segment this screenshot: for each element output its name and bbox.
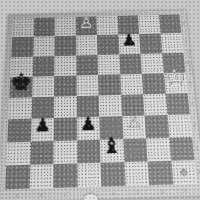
square-g1[interactable] bbox=[148, 161, 173, 186]
piece-black-bishop-e2[interactable]: ♝ bbox=[102, 135, 122, 157]
square-c4[interactable] bbox=[54, 96, 77, 118]
piece-black-pawn-b3[interactable]: ♟ bbox=[34, 117, 51, 135]
board-emblem-icon: ❖ bbox=[178, 165, 190, 179]
file-label-e: e bbox=[101, 188, 125, 198]
square-g2[interactable] bbox=[146, 137, 171, 161]
square-g5[interactable] bbox=[142, 73, 166, 94]
square-h8[interactable] bbox=[159, 14, 182, 33]
piece-white-pawn-f3[interactable]: ♙ bbox=[125, 114, 142, 132]
square-g7[interactable] bbox=[139, 34, 162, 54]
rank-label-8: 8 bbox=[179, 14, 187, 33]
square-g8[interactable] bbox=[138, 15, 160, 34]
square-c8[interactable] bbox=[55, 17, 76, 36]
square-e6[interactable] bbox=[97, 54, 119, 75]
file-label-a: a bbox=[5, 191, 30, 200]
square-e1[interactable] bbox=[101, 162, 126, 187]
square-c3[interactable] bbox=[54, 118, 77, 141]
square-e4[interactable] bbox=[99, 95, 122, 117]
square-h1[interactable]: ❖ bbox=[171, 160, 197, 185]
file-label-g: g bbox=[149, 187, 174, 197]
piece-black-pawn-f7[interactable]: ♟ bbox=[121, 33, 137, 49]
square-d6[interactable] bbox=[76, 55, 98, 76]
square-a1[interactable] bbox=[5, 165, 30, 190]
square-c7[interactable] bbox=[54, 36, 76, 56]
square-h2[interactable] bbox=[169, 137, 194, 161]
square-e5[interactable] bbox=[98, 74, 121, 95]
rank-label-4: 4 bbox=[188, 93, 197, 115]
piece-black-king-a5[interactable]: ♚ bbox=[10, 70, 33, 94]
square-f5[interactable] bbox=[120, 74, 143, 95]
square-c6[interactable] bbox=[54, 55, 76, 76]
cut-off-white-piece-bottom bbox=[84, 194, 98, 200]
chessboard-photo: ❖♙♟♚♔♟♟♙♝ abcdefgh 87654321 Pro Chess bbox=[0, 0, 200, 200]
square-h4[interactable] bbox=[165, 93, 189, 115]
file-label-f: f bbox=[125, 187, 150, 197]
square-e7[interactable] bbox=[97, 35, 119, 55]
square-g6[interactable] bbox=[140, 53, 163, 74]
rank-label-3: 3 bbox=[190, 114, 199, 136]
piece-black-pawn-d3[interactable]: ♟ bbox=[80, 115, 97, 133]
square-f6[interactable] bbox=[119, 54, 142, 75]
square-g4[interactable] bbox=[143, 94, 167, 116]
board-grid: ❖♙♟♚♔♟♟♙♝ bbox=[5, 14, 197, 189]
square-c1[interactable] bbox=[53, 163, 77, 188]
piece-white-pawn-d8[interactable]: ♙ bbox=[79, 15, 94, 30]
square-b6[interactable] bbox=[32, 56, 54, 77]
file-label-h: h bbox=[173, 186, 198, 196]
board-border: ❖♙♟♚♔♟♟♙♝ abcdefgh 87654321 Pro Chess bbox=[0, 10, 200, 200]
square-b8[interactable] bbox=[33, 18, 54, 37]
square-h3[interactable] bbox=[167, 115, 192, 138]
square-a4[interactable] bbox=[8, 97, 31, 119]
square-d2[interactable] bbox=[77, 139, 101, 163]
square-h7[interactable] bbox=[160, 33, 183, 53]
square-a3[interactable] bbox=[7, 119, 31, 142]
square-d5[interactable] bbox=[76, 75, 98, 96]
chess-board: ❖♙♟♚♔♟♟♙♝ abcdefgh 87654321 Pro Chess bbox=[0, 10, 200, 200]
square-d1[interactable] bbox=[77, 163, 101, 188]
square-b1[interactable] bbox=[29, 164, 53, 189]
square-b2[interactable] bbox=[30, 141, 54, 165]
square-f2[interactable] bbox=[123, 138, 148, 162]
square-a2[interactable] bbox=[6, 141, 30, 165]
square-g3[interactable] bbox=[145, 115, 169, 138]
square-e8[interactable] bbox=[96, 16, 118, 35]
piece-white-king-h5[interactable]: ♔ bbox=[163, 66, 187, 90]
square-b7[interactable] bbox=[33, 36, 55, 56]
square-a7[interactable] bbox=[11, 37, 33, 57]
square-d7[interactable] bbox=[76, 35, 98, 55]
square-c5[interactable] bbox=[54, 75, 76, 96]
file-label-b: b bbox=[29, 190, 53, 200]
rank-label-2: 2 bbox=[192, 137, 200, 160]
square-b5[interactable] bbox=[32, 76, 55, 97]
square-a8[interactable] bbox=[12, 18, 34, 37]
square-f1[interactable] bbox=[124, 161, 149, 186]
square-c2[interactable] bbox=[53, 140, 77, 164]
file-label-c: c bbox=[53, 189, 77, 199]
